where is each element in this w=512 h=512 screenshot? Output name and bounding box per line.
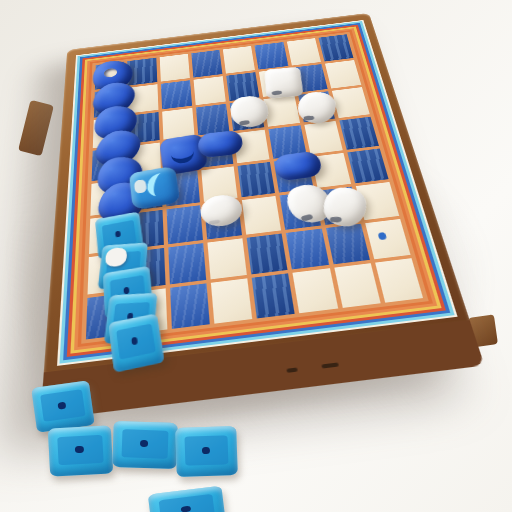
game-board — [40, 13, 484, 420]
piece-white[interactable] — [298, 92, 336, 124]
piece-white[interactable] — [323, 188, 366, 227]
piece-white[interactable] — [227, 94, 272, 130]
piece-blue-swirl[interactable] — [129, 166, 180, 210]
board-mat-trim — [78, 30, 433, 347]
offboard-cyan-tile[interactable] — [148, 486, 226, 512]
piece-cyan-tile[interactable] — [108, 313, 164, 373]
pieces-layer — [86, 34, 423, 339]
offboard-cyan-tile[interactable] — [112, 421, 178, 469]
scene — [0, 0, 512, 512]
wooden-frame — [40, 13, 484, 420]
frame-screw-mark — [321, 362, 339, 368]
offboard-cyan-tile[interactable] — [48, 425, 113, 476]
piece-white[interactable] — [264, 67, 303, 99]
frame-screw-mark — [286, 368, 297, 373]
piece-blue-blob[interactable] — [198, 130, 243, 158]
play-area — [78, 30, 433, 347]
offboard-cyan-tile[interactable] — [175, 426, 238, 477]
paint-dot — [378, 232, 387, 240]
offboard-cyan-tile[interactable] — [31, 380, 95, 433]
piece-white[interactable] — [199, 193, 245, 230]
piece-blue-blob[interactable] — [273, 150, 324, 182]
